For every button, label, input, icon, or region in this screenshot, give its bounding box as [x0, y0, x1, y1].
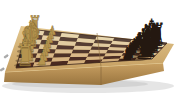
square — [73, 46, 92, 50]
square — [87, 53, 106, 56]
clasp — [4, 54, 9, 58]
square — [89, 50, 108, 53]
square — [53, 53, 72, 57]
clasp — [0, 68, 5, 72]
square — [91, 46, 110, 50]
piece-white-rook: ♜ — [17, 37, 34, 73]
chess-board: ♜♟♟♜♞♟♟♞♝♟♟♝♚♟♟♚♛♟♟♛♝♟♟♝♞♟♟♞♜♟♟♜ — [0, 0, 175, 105]
square — [104, 53, 123, 56]
piece-black-pawn: ♟ — [122, 43, 134, 64]
square — [56, 45, 75, 49]
piece-black-rook: ♜ — [134, 25, 154, 68]
piece-white-pawn: ♟ — [37, 50, 47, 69]
chess-set-photo: ♜♟♟♜♞♟♟♞♝♟♟♝♚♟♟♚♛♟♟♛♝♟♟♝♞♟♟♞♜♟♟♜ — [0, 0, 175, 105]
square — [70, 53, 89, 57]
square — [72, 49, 91, 53]
square — [55, 49, 74, 53]
